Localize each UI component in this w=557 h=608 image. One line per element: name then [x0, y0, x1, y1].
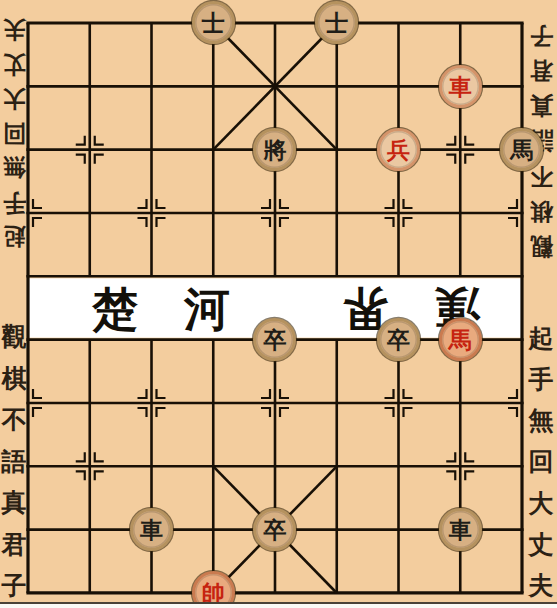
board-point: 車	[121, 498, 183, 561]
piece-label: 將	[263, 138, 286, 161]
board-point: 馬	[491, 118, 553, 181]
xiangqi-board: 楚河 漢界 夫丈大回無手起 觀棋不語真君子 子君真語不棋觀 起手無回大丈夫 士士…	[0, 0, 557, 608]
piece-black-chariot[interactable]: 車	[130, 508, 173, 551]
board-point: 卒	[368, 308, 430, 371]
board-point: 帥	[182, 561, 244, 608]
board-bottom-edge	[0, 602, 557, 608]
piece-label: 車	[449, 75, 472, 98]
board-point: 士	[306, 0, 368, 55]
piece-black-soldier[interactable]: 卒	[253, 318, 296, 361]
piece-label: 馬	[510, 138, 533, 161]
board-point: 車	[429, 498, 491, 561]
board-point: 車	[429, 55, 491, 118]
board-point: 馬	[429, 308, 491, 371]
piece-black-soldier[interactable]: 卒	[377, 318, 420, 361]
piece-label: 卒	[263, 518, 286, 541]
piece-label: 車	[449, 518, 472, 541]
board-point: 士	[182, 0, 244, 55]
piece-label: 馬	[449, 328, 472, 351]
board-point: 將	[244, 118, 306, 181]
piece-label: 兵	[387, 138, 410, 161]
board-point: 卒	[244, 308, 306, 371]
board-point: 兵	[368, 118, 430, 181]
piece-label: 車	[140, 518, 163, 541]
piece-label: 卒	[387, 328, 410, 351]
piece-label: 帥	[202, 581, 225, 604]
piece-red-chariot[interactable]: 車	[439, 65, 482, 108]
piece-black-chariot[interactable]: 車	[439, 508, 482, 551]
piece-black-horse[interactable]: 馬	[500, 128, 543, 171]
piece-red-horse[interactable]: 馬	[439, 318, 482, 361]
piece-red-soldier[interactable]: 兵	[377, 128, 420, 171]
piece-black-advisor[interactable]: 士	[315, 1, 358, 44]
piece-label: 卒	[263, 328, 286, 351]
piece-black-advisor[interactable]: 士	[192, 1, 235, 44]
piece-label: 士	[325, 11, 348, 34]
board-point: 卒	[244, 498, 306, 561]
piece-black-general[interactable]: 將	[253, 128, 296, 171]
pieces-grid: 士士車將兵馬卒卒馬車卒車帥	[0, 0, 553, 608]
piece-label: 士	[202, 11, 225, 34]
piece-black-soldier[interactable]: 卒	[253, 508, 296, 551]
